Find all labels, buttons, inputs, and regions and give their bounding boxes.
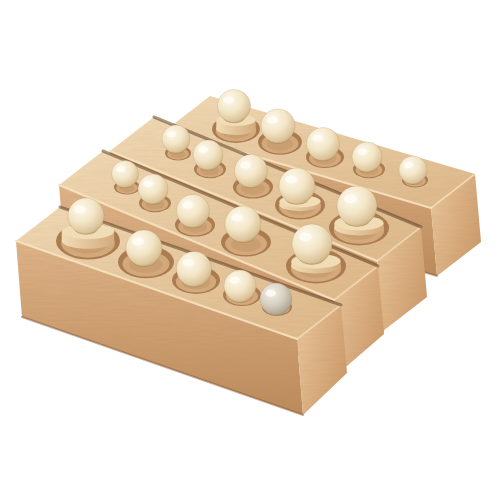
product-photo-page — [0, 0, 500, 500]
block-1-cylinder-5 — [260, 283, 292, 316]
knob-ball-highlight — [404, 162, 413, 168]
block-4-cylinder-5 — [399, 156, 428, 188]
cylinder-blocks-photo — [0, 0, 500, 500]
knob-ball-highlight — [223, 96, 234, 103]
knob-ball — [292, 224, 332, 264]
knob-ball — [279, 168, 315, 204]
knob-ball-highlight — [74, 206, 86, 214]
knob-ball — [177, 252, 212, 287]
knob-ball-highlight — [167, 131, 176, 137]
block-4-cylinder-3 — [306, 128, 344, 169]
knob-ball — [352, 142, 382, 172]
knob-ball — [235, 155, 268, 188]
knob-ball — [218, 90, 251, 123]
knob-ball — [225, 206, 261, 242]
knob-ball — [307, 128, 340, 161]
knob-ball-highlight — [357, 148, 367, 155]
knob-ball-highlight — [285, 176, 297, 184]
knob-ball — [112, 161, 139, 188]
block-3-cylinder-1 — [162, 125, 191, 161]
knob-ball — [193, 140, 223, 170]
knob-ball — [337, 186, 377, 226]
knob-ball — [224, 270, 256, 302]
knob-ball-highlight — [143, 180, 153, 187]
knob-ball — [138, 174, 168, 204]
knob-ball-highlight — [299, 232, 312, 241]
knob-ball — [260, 283, 292, 315]
knob-ball — [261, 109, 295, 143]
knob-ball-highlight — [231, 214, 243, 222]
knob-ball — [162, 125, 190, 153]
knob-ball-highlight — [265, 290, 276, 297]
knob-ball-highlight — [229, 277, 240, 284]
knob-ball — [177, 195, 210, 228]
knob-ball — [68, 198, 104, 234]
knob-ball — [126, 230, 162, 266]
knob-ball-highlight — [344, 194, 357, 203]
block-2-cylinder-1 — [112, 161, 141, 195]
knob-ball-highlight — [240, 161, 251, 168]
knob-ball-highlight — [132, 238, 144, 246]
knob-ball-highlight — [198, 146, 208, 153]
knob-ball-highlight — [182, 259, 194, 267]
knob-ball-highlight — [116, 166, 125, 172]
knob-ball-highlight — [267, 116, 278, 123]
cylinder-blocks-render — [0, 0, 500, 500]
knob-ball — [399, 156, 427, 184]
knob-ball-highlight — [182, 201, 193, 208]
knob-ball-highlight — [312, 134, 323, 141]
